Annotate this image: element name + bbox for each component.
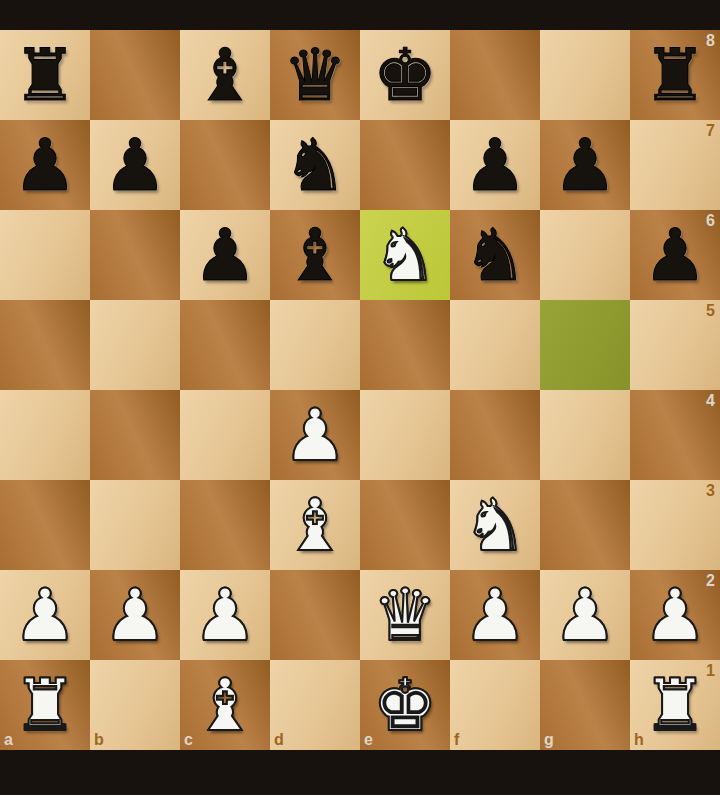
chess-app-window: ♜♝♛♚♜8♟♟♞♟♟7♟♝♞♞♟65♟4♝♞3♟♟♟♛♟♟♟2♜ab♝cd♚e… (0, 0, 720, 795)
square-g4[interactable] (540, 390, 630, 480)
white-rook-piece[interactable]: ♜ (13, 660, 78, 750)
square-c6[interactable]: ♟ (180, 210, 270, 300)
square-a1[interactable]: ♜a (0, 660, 90, 750)
square-a7[interactable]: ♟ (0, 120, 90, 210)
square-g1[interactable]: g (540, 660, 630, 750)
square-c8[interactable]: ♝ (180, 30, 270, 120)
square-a6[interactable] (0, 210, 90, 300)
square-e5[interactable] (360, 300, 450, 390)
square-d8[interactable]: ♛ (270, 30, 360, 120)
black-pawn-piece[interactable]: ♟ (553, 120, 618, 210)
rank-label-5: 5 (706, 303, 715, 319)
top-letterbox-bar (0, 0, 720, 30)
white-pawn-piece[interactable]: ♟ (643, 570, 708, 660)
black-bishop-piece[interactable]: ♝ (193, 30, 258, 120)
white-pawn-piece[interactable]: ♟ (13, 570, 78, 660)
square-b8[interactable] (90, 30, 180, 120)
square-f3[interactable]: ♞ (450, 480, 540, 570)
square-d7[interactable]: ♞ (270, 120, 360, 210)
square-a3[interactable] (0, 480, 90, 570)
square-a2[interactable]: ♟ (0, 570, 90, 660)
square-b4[interactable] (90, 390, 180, 480)
rank-label-1: 1 (706, 663, 715, 679)
white-knight-piece[interactable]: ♞ (373, 210, 438, 300)
square-a4[interactable] (0, 390, 90, 480)
square-e2[interactable]: ♛ (360, 570, 450, 660)
black-king-piece[interactable]: ♚ (373, 30, 438, 120)
square-e3[interactable] (360, 480, 450, 570)
white-queen-piece[interactable]: ♛ (373, 570, 438, 660)
square-h1[interactable]: ♜h1 (630, 660, 720, 750)
file-label-f: f (454, 732, 459, 748)
file-label-a: a (4, 732, 13, 748)
file-label-b: b (94, 732, 104, 748)
rank-label-6: 6 (706, 213, 715, 229)
square-d1[interactable]: d (270, 660, 360, 750)
square-d3[interactable]: ♝ (270, 480, 360, 570)
square-e7[interactable] (360, 120, 450, 210)
square-d2[interactable] (270, 570, 360, 660)
square-h3[interactable]: 3 (630, 480, 720, 570)
black-rook-piece[interactable]: ♜ (13, 30, 78, 120)
square-g6[interactable] (540, 210, 630, 300)
square-f2[interactable]: ♟ (450, 570, 540, 660)
square-h4[interactable]: 4 (630, 390, 720, 480)
rank-label-7: 7 (706, 123, 715, 139)
black-queen-piece[interactable]: ♛ (283, 30, 348, 120)
file-label-c: c (184, 732, 193, 748)
square-h6[interactable]: ♟6 (630, 210, 720, 300)
square-h7[interactable]: 7 (630, 120, 720, 210)
square-d6[interactable]: ♝ (270, 210, 360, 300)
black-pawn-piece[interactable]: ♟ (193, 210, 258, 300)
square-g5[interactable] (540, 300, 630, 390)
black-pawn-piece[interactable]: ♟ (13, 120, 78, 210)
white-pawn-piece[interactable]: ♟ (103, 570, 168, 660)
white-pawn-piece[interactable]: ♟ (283, 390, 348, 480)
square-e1[interactable]: ♚e (360, 660, 450, 750)
square-g8[interactable] (540, 30, 630, 120)
square-g3[interactable] (540, 480, 630, 570)
white-pawn-piece[interactable]: ♟ (553, 570, 618, 660)
file-label-d: d (274, 732, 284, 748)
white-pawn-piece[interactable]: ♟ (193, 570, 258, 660)
square-c1[interactable]: ♝c (180, 660, 270, 750)
square-f7[interactable]: ♟ (450, 120, 540, 210)
square-d5[interactable] (270, 300, 360, 390)
square-c2[interactable]: ♟ (180, 570, 270, 660)
black-bishop-piece[interactable]: ♝ (283, 210, 348, 300)
white-pawn-piece[interactable]: ♟ (463, 570, 528, 660)
bottom-letterbox-bar (0, 750, 720, 795)
black-rook-piece[interactable]: ♜ (643, 30, 708, 120)
black-pawn-piece[interactable]: ♟ (463, 120, 528, 210)
black-knight-piece[interactable]: ♞ (463, 210, 528, 300)
black-pawn-piece[interactable]: ♟ (103, 120, 168, 210)
square-f6[interactable]: ♞ (450, 210, 540, 300)
file-label-e: e (364, 732, 373, 748)
square-a8[interactable]: ♜ (0, 30, 90, 120)
square-b5[interactable] (90, 300, 180, 390)
square-f1[interactable]: f (450, 660, 540, 750)
square-c5[interactable] (180, 300, 270, 390)
square-h8[interactable]: ♜8 (630, 30, 720, 120)
white-bishop-piece[interactable]: ♝ (283, 480, 348, 570)
square-b2[interactable]: ♟ (90, 570, 180, 660)
rank-label-2: 2 (706, 573, 715, 589)
square-e4[interactable] (360, 390, 450, 480)
square-c4[interactable] (180, 390, 270, 480)
square-e6[interactable]: ♞ (360, 210, 450, 300)
square-g7[interactable]: ♟ (540, 120, 630, 210)
square-f8[interactable] (450, 30, 540, 120)
square-c3[interactable] (180, 480, 270, 570)
square-d4[interactable]: ♟ (270, 390, 360, 480)
square-g2[interactable]: ♟ (540, 570, 630, 660)
square-e8[interactable]: ♚ (360, 30, 450, 120)
white-rook-piece[interactable]: ♜ (643, 660, 708, 750)
rank-label-3: 3 (706, 483, 715, 499)
square-h5[interactable]: 5 (630, 300, 720, 390)
white-knight-piece[interactable]: ♞ (463, 480, 528, 570)
square-b1[interactable]: b (90, 660, 180, 750)
square-a5[interactable] (0, 300, 90, 390)
black-pawn-piece[interactable]: ♟ (643, 210, 708, 300)
rank-label-8: 8 (706, 33, 715, 49)
square-f5[interactable] (450, 300, 540, 390)
square-b3[interactable] (90, 480, 180, 570)
square-c7[interactable] (180, 120, 270, 210)
rank-label-4: 4 (706, 393, 715, 409)
file-label-g: g (544, 732, 554, 748)
chess-board: ♜♝♛♚♜8♟♟♞♟♟7♟♝♞♞♟65♟4♝♞3♟♟♟♛♟♟♟2♜ab♝cd♚e… (0, 30, 720, 750)
white-bishop-piece[interactable]: ♝ (193, 660, 258, 750)
black-knight-piece[interactable]: ♞ (283, 120, 348, 210)
white-king-piece[interactable]: ♚ (373, 660, 438, 750)
square-h2[interactable]: ♟2 (630, 570, 720, 660)
square-f4[interactable] (450, 390, 540, 480)
square-b6[interactable] (90, 210, 180, 300)
square-b7[interactable]: ♟ (90, 120, 180, 210)
